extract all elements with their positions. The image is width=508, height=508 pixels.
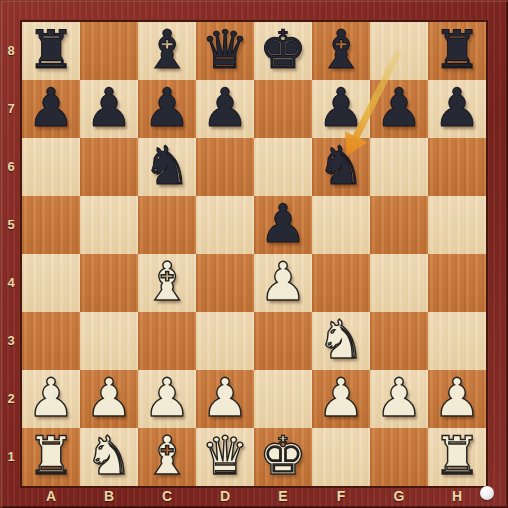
black-bishop-f8[interactable]: ♝ (312, 22, 370, 80)
square-h7[interactable]: ♟ (428, 80, 486, 138)
white-pawn-a2[interactable]: ♟ (22, 370, 80, 428)
rank-label-1: 1 (0, 428, 22, 486)
black-pawn-e5[interactable]: ♟ (254, 196, 312, 254)
square-f5[interactable] (312, 196, 370, 254)
square-e6[interactable] (254, 138, 312, 196)
square-b2[interactable]: ♟ (80, 370, 138, 428)
file-label-c: C (138, 486, 196, 508)
square-a1[interactable]: ♜ (22, 428, 80, 486)
square-c8[interactable]: ♝ (138, 22, 196, 80)
square-f1[interactable] (312, 428, 370, 486)
square-d6[interactable] (196, 138, 254, 196)
black-rook-a8[interactable]: ♜ (22, 22, 80, 80)
square-e8[interactable]: ♚ (254, 22, 312, 80)
square-a8[interactable]: ♜ (22, 22, 80, 80)
square-f6[interactable]: ♞ (312, 138, 370, 196)
square-c1[interactable]: ♝ (138, 428, 196, 486)
square-h3[interactable] (428, 312, 486, 370)
square-c4[interactable]: ♝ (138, 254, 196, 312)
white-queen-d1[interactable]: ♛ (196, 428, 254, 486)
board-frame: ♜♝♛♚♝♜♟♟♟♟♟♟♟♞♞♟♝♟♞♟♟♟♟♟♟♟♜♞♝♛♚♜ 8765432… (0, 0, 508, 508)
white-pawn-g2[interactable]: ♟ (370, 370, 428, 428)
square-d7[interactable]: ♟ (196, 80, 254, 138)
black-pawn-c7[interactable]: ♟ (138, 80, 196, 138)
square-a6[interactable] (22, 138, 80, 196)
white-pawn-b2[interactable]: ♟ (80, 370, 138, 428)
square-d2[interactable]: ♟ (196, 370, 254, 428)
file-label-b: B (80, 486, 138, 508)
rank-label-2: 2 (0, 370, 22, 428)
black-pawn-h7[interactable]: ♟ (428, 80, 486, 138)
square-c2[interactable]: ♟ (138, 370, 196, 428)
white-knight-f3[interactable]: ♞ (312, 312, 370, 370)
square-d5[interactable] (196, 196, 254, 254)
white-knight-b1[interactable]: ♞ (80, 428, 138, 486)
rank-label-5: 5 (0, 196, 22, 254)
square-c7[interactable]: ♟ (138, 80, 196, 138)
square-g8[interactable] (370, 22, 428, 80)
square-h1[interactable]: ♜ (428, 428, 486, 486)
square-h4[interactable] (428, 254, 486, 312)
square-g5[interactable] (370, 196, 428, 254)
file-label-e: E (254, 486, 312, 508)
square-a4[interactable] (22, 254, 80, 312)
square-e7[interactable] (254, 80, 312, 138)
square-a5[interactable] (22, 196, 80, 254)
square-c3[interactable] (138, 312, 196, 370)
square-g6[interactable] (370, 138, 428, 196)
black-pawn-d7[interactable]: ♟ (196, 80, 254, 138)
black-king-e8[interactable]: ♚ (254, 22, 312, 80)
square-g2[interactable]: ♟ (370, 370, 428, 428)
white-bishop-c1[interactable]: ♝ (138, 428, 196, 486)
white-king-e1[interactable]: ♚ (254, 428, 312, 486)
file-label-d: D (196, 486, 254, 508)
file-label-g: G (370, 486, 428, 508)
square-d3[interactable] (196, 312, 254, 370)
square-e2[interactable] (254, 370, 312, 428)
square-f8[interactable]: ♝ (312, 22, 370, 80)
square-e3[interactable] (254, 312, 312, 370)
black-pawn-f7[interactable]: ♟ (312, 80, 370, 138)
white-pawn-d2[interactable]: ♟ (196, 370, 254, 428)
chess-board[interactable]: ♜♝♛♚♝♜♟♟♟♟♟♟♟♞♞♟♝♟♞♟♟♟♟♟♟♟♜♞♝♛♚♜ (22, 22, 486, 486)
file-label-h: H (428, 486, 486, 508)
white-pawn-h2[interactable]: ♟ (428, 370, 486, 428)
square-b4[interactable] (80, 254, 138, 312)
square-f2[interactable]: ♟ (312, 370, 370, 428)
square-h2[interactable]: ♟ (428, 370, 486, 428)
square-d1[interactable]: ♛ (196, 428, 254, 486)
white-pawn-c2[interactable]: ♟ (138, 370, 196, 428)
rank-label-8: 8 (0, 22, 22, 80)
square-b1[interactable]: ♞ (80, 428, 138, 486)
square-f3[interactable]: ♞ (312, 312, 370, 370)
square-b6[interactable] (80, 138, 138, 196)
file-label-a: A (22, 486, 80, 508)
square-d8[interactable]: ♛ (196, 22, 254, 80)
white-rook-h1[interactable]: ♜ (428, 428, 486, 486)
rank-label-4: 4 (0, 254, 22, 312)
square-f4[interactable] (312, 254, 370, 312)
black-bishop-c8[interactable]: ♝ (138, 22, 196, 80)
white-pawn-f2[interactable]: ♟ (312, 370, 370, 428)
white-pawn-e4[interactable]: ♟ (254, 254, 312, 312)
white-bishop-c4[interactable]: ♝ (138, 254, 196, 312)
square-f7[interactable]: ♟ (312, 80, 370, 138)
square-g4[interactable] (370, 254, 428, 312)
square-e4[interactable]: ♟ (254, 254, 312, 312)
rank-label-3: 3 (0, 312, 22, 370)
square-a2[interactable]: ♟ (22, 370, 80, 428)
square-b8[interactable] (80, 22, 138, 80)
black-knight-f6[interactable]: ♞ (312, 138, 370, 196)
square-b5[interactable] (80, 196, 138, 254)
square-g1[interactable] (370, 428, 428, 486)
black-pawn-g7[interactable]: ♟ (370, 80, 428, 138)
square-h8[interactable]: ♜ (428, 22, 486, 80)
white-rook-a1[interactable]: ♜ (22, 428, 80, 486)
square-h5[interactable] (428, 196, 486, 254)
rank-label-6: 6 (0, 138, 22, 196)
rank-label-7: 7 (0, 80, 22, 138)
square-b7[interactable]: ♟ (80, 80, 138, 138)
square-c6[interactable]: ♞ (138, 138, 196, 196)
black-pawn-a7[interactable]: ♟ (22, 80, 80, 138)
square-d4[interactable] (196, 254, 254, 312)
black-knight-c6[interactable]: ♞ (138, 138, 196, 196)
black-queen-d8[interactable]: ♛ (196, 22, 254, 80)
square-e1[interactable]: ♚ (254, 428, 312, 486)
file-label-f: F (312, 486, 370, 508)
square-e5[interactable]: ♟ (254, 196, 312, 254)
square-h6[interactable] (428, 138, 486, 196)
square-a3[interactable] (22, 312, 80, 370)
square-g3[interactable] (370, 312, 428, 370)
black-pawn-b7[interactable]: ♟ (80, 80, 138, 138)
square-c5[interactable] (138, 196, 196, 254)
square-g7[interactable]: ♟ (370, 80, 428, 138)
side-to-move-indicator (480, 486, 494, 500)
square-b3[interactable] (80, 312, 138, 370)
square-a7[interactable]: ♟ (22, 80, 80, 138)
black-rook-h8[interactable]: ♜ (428, 22, 486, 80)
